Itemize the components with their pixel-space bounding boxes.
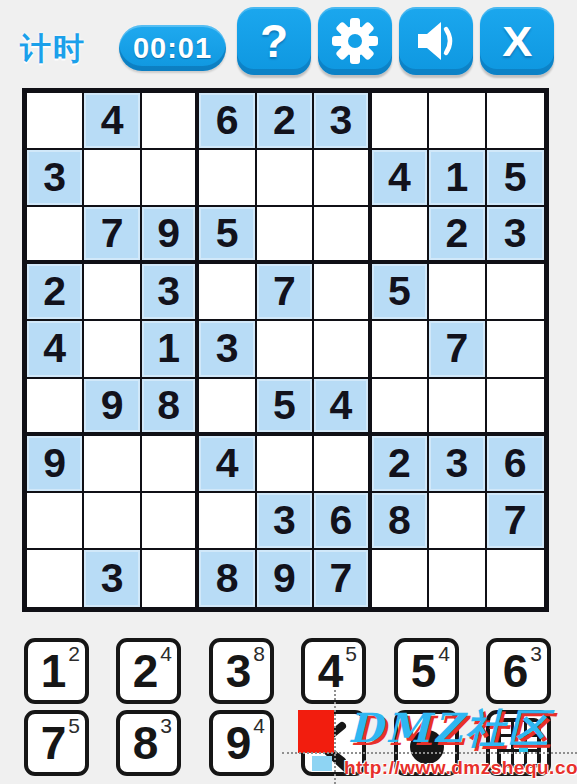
sudoku-cell-r1c7[interactable] [372, 93, 429, 150]
sudoku-cell-r5c2[interactable] [84, 321, 141, 378]
sudoku-cell-r3c3[interactable]: 9 [142, 207, 199, 264]
sudoku-cell-r2c7[interactable]: 4 [372, 150, 429, 207]
grid-icon [497, 718, 541, 768]
sudoku-cell-r4c1[interactable]: 2 [27, 264, 84, 321]
sudoku-cell-r3c5[interactable] [257, 207, 314, 264]
digit-button-4[interactable]: 45 [301, 638, 366, 704]
digit-label: 2 [133, 648, 159, 694]
sudoku-cell-r9c7[interactable] [372, 550, 429, 607]
top-button-row: ? [237, 7, 554, 75]
digit-remaining-count: 3 [160, 714, 172, 737]
sudoku-cell-r8c8[interactable] [429, 493, 486, 550]
digit-remaining-count: 3 [530, 642, 542, 665]
sudoku-cell-r4c8[interactable] [429, 264, 486, 321]
sudoku-cell-r3c7[interactable] [372, 207, 429, 264]
sudoku-cell-r2c8[interactable]: 1 [429, 150, 486, 207]
digit-remaining-count: 4 [160, 642, 172, 665]
digit-button-1[interactable]: 12 [24, 638, 89, 704]
digit-remaining-count: 5 [68, 714, 80, 737]
sudoku-cell-r7c5[interactable] [257, 436, 314, 493]
digit-label: 6 [503, 648, 529, 694]
sudoku-cell-r6c3[interactable]: 8 [142, 379, 199, 436]
sudoku-cell-r6c2[interactable]: 9 [84, 379, 141, 436]
sudoku-cell-r2c3[interactable] [142, 150, 199, 207]
sudoku-cell-r2c2[interactable] [84, 150, 141, 207]
sudoku-cell-r9c6[interactable]: 7 [314, 550, 371, 607]
sudoku-cell-r5c7[interactable] [372, 321, 429, 378]
sudoku-cell-r8c7[interactable]: 8 [372, 493, 429, 550]
digit-button-2[interactable]: 24 [116, 638, 181, 704]
sudoku-cell-r5c8[interactable]: 7 [429, 321, 486, 378]
sudoku-cell-r1c8[interactable] [429, 93, 486, 150]
sudoku-cell-r7c1[interactable]: 9 [27, 436, 84, 493]
sudoku-cell-r9c8[interactable] [429, 550, 486, 607]
sudoku-cell-r7c8[interactable]: 3 [429, 436, 486, 493]
digit-button-6[interactable]: 63 [486, 638, 551, 704]
sudoku-cell-r1c5[interactable]: 2 [257, 93, 314, 150]
sudoku-cell-r4c3[interactable]: 3 [142, 264, 199, 321]
digit-label: 9 [226, 720, 252, 766]
digit-button-7[interactable]: 75 [24, 710, 89, 776]
sudoku-cell-r1c2[interactable]: 4 [84, 93, 141, 150]
timer-label: 计时 [20, 28, 86, 70]
sudoku-cell-r8c1[interactable] [27, 493, 84, 550]
sudoku-cell-r1c3[interactable] [142, 93, 199, 150]
digit-button-8[interactable]: 83 [116, 710, 181, 776]
sudoku-cell-r5c4[interactable]: 3 [199, 321, 256, 378]
sudoku-cell-r5c3[interactable]: 1 [142, 321, 199, 378]
sudoku-cell-r2c4[interactable] [199, 150, 256, 207]
sudoku-board: 46233415795232375413798549423636873897 [22, 88, 549, 612]
sudoku-cell-r4c7[interactable]: 5 [372, 264, 429, 321]
sudoku-cell-r5c5[interactable] [257, 321, 314, 378]
digit-button-3[interactable]: 38 [209, 638, 274, 704]
undo-button[interactable] [301, 710, 366, 776]
pen-button[interactable] [394, 710, 459, 776]
sudoku-cell-r7c6[interactable] [314, 436, 371, 493]
question-icon: ? [260, 18, 288, 64]
sudoku-cell-r5c6[interactable] [314, 321, 371, 378]
sudoku-cell-r9c5[interactable]: 9 [257, 550, 314, 607]
sudoku-cell-r8c6[interactable]: 6 [314, 493, 371, 550]
close-icon: X [502, 20, 532, 63]
sudoku-cell-r2c1[interactable]: 3 [27, 150, 84, 207]
sudoku-cell-r9c3[interactable] [142, 550, 199, 607]
sudoku-cell-r2c5[interactable] [257, 150, 314, 207]
sudoku-cell-r8c3[interactable] [142, 493, 199, 550]
sudoku-cell-r9c9[interactable] [487, 550, 544, 607]
sudoku-app: 计时 00:01 ? [0, 0, 577, 784]
sudoku-cell-r6c9[interactable] [487, 379, 544, 436]
sudoku-cell-r4c2[interactable] [84, 264, 141, 321]
digit-remaining-count: 8 [253, 642, 265, 665]
sudoku-cell-r5c1[interactable]: 4 [27, 321, 84, 378]
close-button[interactable]: X [480, 7, 554, 75]
sound-button[interactable] [399, 7, 473, 75]
sudoku-cell-r3c9[interactable]: 3 [487, 207, 544, 264]
sudoku-cell-r5c9[interactable] [487, 321, 544, 378]
sudoku-cell-r2c9[interactable]: 5 [487, 150, 544, 207]
digit-label: 4 [318, 648, 344, 694]
sudoku-cell-r1c1[interactable] [27, 93, 84, 150]
digit-remaining-count: 5 [345, 642, 357, 665]
sudoku-cell-r9c1[interactable] [27, 550, 84, 607]
digit-label: 3 [226, 648, 252, 694]
sudoku-cell-r4c9[interactable] [487, 264, 544, 321]
sudoku-cell-r8c2[interactable] [84, 493, 141, 550]
timer-value: 00:01 [133, 32, 212, 65]
sudoku-cell-r6c4[interactable] [199, 379, 256, 436]
sudoku-cell-r4c6[interactable] [314, 264, 371, 321]
grid-button[interactable] [486, 710, 551, 776]
sudoku-cell-r7c7[interactable]: 2 [372, 436, 429, 493]
digit-label: 7 [41, 720, 67, 766]
speaker-icon [412, 17, 460, 65]
sudoku-cell-r7c9[interactable]: 6 [487, 436, 544, 493]
sudoku-cell-r3c6[interactable] [314, 207, 371, 264]
digit-remaining-count: 4 [253, 714, 265, 737]
digit-remaining-count: 4 [438, 642, 450, 665]
digit-label: 5 [411, 648, 437, 694]
sudoku-cell-r1c9[interactable] [487, 93, 544, 150]
sudoku-cell-r7c2[interactable] [84, 436, 141, 493]
digit-remaining-count: 2 [68, 642, 80, 665]
sudoku-cell-r9c2[interactable]: 3 [84, 550, 141, 607]
sudoku-cell-r8c5[interactable]: 3 [257, 493, 314, 550]
digit-label: 1 [41, 648, 67, 694]
sudoku-cell-r4c4[interactable] [199, 264, 256, 321]
digit-button-5[interactable]: 54 [394, 638, 459, 704]
sudoku-cell-r1c4[interactable]: 6 [199, 93, 256, 150]
sudoku-cell-r6c8[interactable] [429, 379, 486, 436]
sudoku-cell-r6c7[interactable] [372, 379, 429, 436]
sudoku-cell-r7c4[interactable]: 4 [199, 436, 256, 493]
undo-arrow-icon [305, 714, 362, 772]
gear-icon [331, 17, 379, 65]
sudoku-cell-r8c4[interactable] [199, 493, 256, 550]
help-button[interactable]: ? [237, 7, 311, 75]
sudoku-cell-r4c5[interactable]: 7 [257, 264, 314, 321]
sudoku-cell-r3c4[interactable]: 5 [199, 207, 256, 264]
sudoku-cell-r6c5[interactable]: 5 [257, 379, 314, 436]
pen-dot-icon [410, 730, 444, 764]
digit-label: 8 [133, 720, 159, 766]
sudoku-cell-r3c1[interactable] [27, 207, 84, 264]
sudoku-cell-r6c1[interactable] [27, 379, 84, 436]
timer-display: 00:01 [119, 25, 226, 71]
sudoku-cell-r3c2[interactable]: 7 [84, 207, 141, 264]
sudoku-cell-r3c8[interactable]: 2 [429, 207, 486, 264]
sudoku-cell-r2c6[interactable] [314, 150, 371, 207]
sudoku-cell-r6c6[interactable]: 4 [314, 379, 371, 436]
settings-button[interactable] [318, 7, 392, 75]
digit-button-9[interactable]: 94 [209, 710, 274, 776]
sudoku-cell-r9c4[interactable]: 8 [199, 550, 256, 607]
sudoku-cell-r8c9[interactable]: 7 [487, 493, 544, 550]
sudoku-cell-r7c3[interactable] [142, 436, 199, 493]
sudoku-cell-r1c6[interactable]: 3 [314, 93, 371, 150]
